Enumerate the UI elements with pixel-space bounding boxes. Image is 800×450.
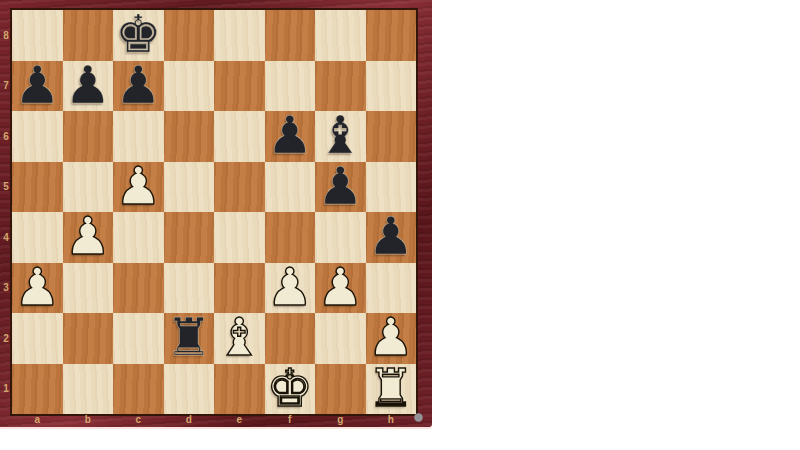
square-g6[interactable]: ♝ bbox=[315, 111, 366, 162]
white-pawn-g3[interactable]: ♟ bbox=[317, 262, 364, 312]
square-b6[interactable] bbox=[63, 111, 114, 162]
square-c7[interactable]: ♟ bbox=[113, 61, 164, 112]
square-a5[interactable] bbox=[12, 162, 63, 213]
square-e2[interactable]: ♝ bbox=[214, 313, 265, 364]
square-f2[interactable] bbox=[265, 313, 316, 364]
square-a1[interactable] bbox=[12, 364, 63, 415]
white-pawn-b4[interactable]: ♟ bbox=[64, 211, 111, 261]
square-a6[interactable] bbox=[12, 111, 63, 162]
square-e1[interactable] bbox=[214, 364, 265, 415]
file-label-a: a bbox=[12, 414, 63, 427]
square-e6[interactable] bbox=[214, 111, 265, 162]
square-g2[interactable] bbox=[315, 313, 366, 364]
black-pawn-a7[interactable]: ♟ bbox=[14, 60, 61, 110]
square-e5[interactable] bbox=[214, 162, 265, 213]
square-g7[interactable] bbox=[315, 61, 366, 112]
file-label-c: c bbox=[113, 414, 164, 427]
square-b7[interactable]: ♟ bbox=[63, 61, 114, 112]
square-d5[interactable] bbox=[164, 162, 215, 213]
square-b1[interactable] bbox=[63, 364, 114, 415]
square-a8[interactable] bbox=[12, 10, 63, 61]
square-f6[interactable]: ♟ bbox=[265, 111, 316, 162]
square-c3[interactable] bbox=[113, 263, 164, 314]
square-b3[interactable] bbox=[63, 263, 114, 314]
square-h3[interactable] bbox=[366, 263, 417, 314]
file-label-h: h bbox=[366, 414, 417, 427]
square-b4[interactable]: ♟ bbox=[63, 212, 114, 263]
square-c6[interactable] bbox=[113, 111, 164, 162]
rank-label-1: 1 bbox=[0, 364, 12, 415]
square-h1[interactable]: ♜ bbox=[366, 364, 417, 415]
black-pawn-b7[interactable]: ♟ bbox=[64, 60, 111, 110]
black-king-c8[interactable]: ♚ bbox=[115, 9, 162, 59]
rank-label-3: 3 bbox=[0, 263, 12, 314]
rank-label-4: 4 bbox=[0, 212, 12, 263]
square-b8[interactable] bbox=[63, 10, 114, 61]
white-pawn-h2[interactable]: ♟ bbox=[367, 312, 414, 362]
square-h6[interactable] bbox=[366, 111, 417, 162]
file-label-f: f bbox=[265, 414, 316, 427]
square-d2[interactable]: ♜ bbox=[164, 313, 215, 364]
white-king-f1[interactable]: ♚ bbox=[266, 363, 313, 413]
square-h8[interactable] bbox=[366, 10, 417, 61]
rank-label-7: 7 bbox=[0, 61, 12, 112]
white-bishop-e2[interactable]: ♝ bbox=[216, 312, 263, 362]
square-c4[interactable] bbox=[113, 212, 164, 263]
square-h7[interactable] bbox=[366, 61, 417, 112]
square-f3[interactable]: ♟ bbox=[265, 263, 316, 314]
black-rook-d2[interactable]: ♜ bbox=[165, 312, 212, 362]
square-g5[interactable]: ♟ bbox=[315, 162, 366, 213]
square-f1[interactable]: ♚ bbox=[265, 364, 316, 415]
square-d3[interactable] bbox=[164, 263, 215, 314]
rank-label-6: 6 bbox=[0, 111, 12, 162]
square-h4[interactable]: ♟ bbox=[366, 212, 417, 263]
square-c5[interactable]: ♟ bbox=[113, 162, 164, 213]
white-pawn-c5[interactable]: ♟ bbox=[115, 161, 162, 211]
file-label-d: d bbox=[164, 414, 215, 427]
rank-label-8: 8 bbox=[0, 10, 12, 61]
black-pawn-f6[interactable]: ♟ bbox=[266, 110, 313, 160]
square-f4[interactable] bbox=[265, 212, 316, 263]
chess-board: 87654321 ♚♟♟♟♟♝♟♟♟♟♟♟♟♜♝♟♚♜ abcdefgh bbox=[0, 0, 432, 427]
white-rook-h1[interactable]: ♜ bbox=[367, 363, 414, 413]
square-a3[interactable]: ♟ bbox=[12, 263, 63, 314]
black-pawn-h4[interactable]: ♟ bbox=[367, 211, 414, 261]
square-g1[interactable] bbox=[315, 364, 366, 415]
square-a4[interactable] bbox=[12, 212, 63, 263]
square-d8[interactable] bbox=[164, 10, 215, 61]
square-e7[interactable] bbox=[214, 61, 265, 112]
rank-label-5: 5 bbox=[0, 162, 12, 213]
square-b2[interactable] bbox=[63, 313, 114, 364]
white-pawn-f3[interactable]: ♟ bbox=[266, 262, 313, 312]
white-pawn-a3[interactable]: ♟ bbox=[14, 262, 61, 312]
square-e8[interactable] bbox=[214, 10, 265, 61]
square-f8[interactable] bbox=[265, 10, 316, 61]
file-label-g: g bbox=[315, 414, 366, 427]
black-pawn-c7[interactable]: ♟ bbox=[115, 60, 162, 110]
square-a7[interactable]: ♟ bbox=[12, 61, 63, 112]
square-e4[interactable] bbox=[214, 212, 265, 263]
square-f5[interactable] bbox=[265, 162, 316, 213]
file-labels: abcdefgh bbox=[12, 414, 416, 427]
square-f7[interactable] bbox=[265, 61, 316, 112]
black-bishop-g6[interactable]: ♝ bbox=[317, 110, 364, 160]
square-g3[interactable]: ♟ bbox=[315, 263, 366, 314]
file-label-e: e bbox=[214, 414, 265, 427]
square-c2[interactable] bbox=[113, 313, 164, 364]
square-g8[interactable] bbox=[315, 10, 366, 61]
square-g4[interactable] bbox=[315, 212, 366, 263]
square-e3[interactable] bbox=[214, 263, 265, 314]
square-a2[interactable] bbox=[12, 313, 63, 364]
square-d4[interactable] bbox=[164, 212, 215, 263]
square-d7[interactable] bbox=[164, 61, 215, 112]
rank-label-2: 2 bbox=[0, 313, 12, 364]
square-c8[interactable]: ♚ bbox=[113, 10, 164, 61]
square-h5[interactable] bbox=[366, 162, 417, 213]
file-label-b: b bbox=[63, 414, 114, 427]
page: 87654321 ♚♟♟♟♟♝♟♟♟♟♟♟♟♜♝♟♚♜ abcdefgh bbox=[0, 0, 800, 450]
square-d1[interactable] bbox=[164, 364, 215, 415]
board-squares: ♚♟♟♟♟♝♟♟♟♟♟♟♟♜♝♟♚♜ bbox=[12, 10, 416, 414]
square-h2[interactable]: ♟ bbox=[366, 313, 417, 364]
square-b5[interactable] bbox=[63, 162, 114, 213]
rank-labels: 87654321 bbox=[0, 10, 12, 414]
black-pawn-g5[interactable]: ♟ bbox=[317, 161, 364, 211]
square-c1[interactable] bbox=[113, 364, 164, 415]
corner-dot bbox=[414, 413, 423, 422]
square-d6[interactable] bbox=[164, 111, 215, 162]
